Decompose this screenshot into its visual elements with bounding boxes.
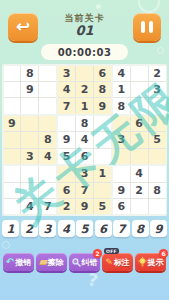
cell-r1c8[interactable] <box>131 66 148 81</box>
cell-r4c5[interactable]: 8 <box>76 116 93 131</box>
cell-r9c4[interactable]: 2 <box>58 199 75 214</box>
box-0-1: 36428719 <box>58 66 111 114</box>
cell-r7c1[interactable] <box>4 166 21 181</box>
cell-r2c6[interactable]: 8 <box>94 82 111 97</box>
cell-r3c2[interactable] <box>21 98 38 113</box>
cell-r4c6[interactable] <box>94 116 111 131</box>
cell-r8c5[interactable]: 7 <box>76 183 93 198</box>
timer: 00:00:03 <box>41 44 128 60</box>
decor-question-mark: ? <box>86 269 99 290</box>
cell-r9c2[interactable]: 4 <box>21 199 38 214</box>
cell-r3c5[interactable]: 1 <box>76 98 93 113</box>
cell-r1c2[interactable]: 8 <box>21 66 38 81</box>
cell-r8c9[interactable]: 8 <box>149 183 166 198</box>
cell-r8c7[interactable]: 9 <box>113 183 130 198</box>
cell-r2c5[interactable]: 2 <box>76 82 93 97</box>
cell-r5c9[interactable]: 5 <box>149 132 166 147</box>
pause-button[interactable] <box>133 13 161 41</box>
notes-off-tag: OFF <box>104 248 119 254</box>
magnifier-icon <box>72 258 81 267</box>
cell-r6c4[interactable]: 5 <box>58 149 75 164</box>
cell-r7c2[interactable] <box>21 166 38 181</box>
cell-r8c1[interactable] <box>4 183 21 198</box>
erase-label: 擦除 <box>48 257 64 268</box>
cell-r9c1[interactable] <box>4 199 21 214</box>
number-pad: 123456789 <box>2 220 167 237</box>
undo-label: 撤销 <box>15 257 31 268</box>
decor-bubble <box>157 47 164 54</box>
hint-label: 提示 <box>148 257 164 268</box>
cell-r5c1[interactable] <box>4 132 21 147</box>
cell-r6c6[interactable] <box>94 149 111 164</box>
box-1-2: 635 <box>113 116 166 164</box>
pause-icon <box>141 21 145 33</box>
cell-r9c3[interactable]: 7 <box>39 199 56 214</box>
cell-r7c8[interactable]: 4 <box>131 166 148 181</box>
cell-r7c4[interactable] <box>58 166 75 181</box>
sudoku-grid: 8936428719421389834894566354731672954928… <box>2 64 167 216</box>
cell-r2c9[interactable]: 3 <box>149 82 166 97</box>
cell-r5c6[interactable] <box>94 132 111 147</box>
cell-r5c2[interactable] <box>21 132 38 147</box>
numpad-key-5[interactable]: 5 <box>76 220 93 237</box>
cell-r5c5[interactable]: 4 <box>76 132 93 147</box>
cell-r2c3[interactable] <box>39 82 56 97</box>
cell-r4c2[interactable] <box>21 116 38 131</box>
bulb-icon <box>138 257 147 267</box>
box-0-2: 42138 <box>113 66 166 114</box>
hint-badge: 6 <box>159 249 168 258</box>
cell-r3c4[interactable]: 7 <box>58 98 75 113</box>
cell-r9c6[interactable]: 5 <box>94 199 111 214</box>
numpad-key-8[interactable]: 8 <box>132 220 149 237</box>
cell-r6c8[interactable] <box>131 149 148 164</box>
cell-r2c1[interactable] <box>4 82 21 97</box>
numpad-key-4[interactable]: 4 <box>58 220 75 237</box>
cell-r7c9[interactable] <box>149 166 166 181</box>
cell-r1c5[interactable] <box>76 66 93 81</box>
cell-r8c3[interactable] <box>39 183 56 198</box>
cell-r2c2[interactable]: 9 <box>21 82 38 97</box>
numpad-key-6[interactable]: 6 <box>95 220 112 237</box>
cell-r4c8[interactable]: 6 <box>131 116 148 131</box>
error-check-label: 纠错 <box>82 257 98 268</box>
numpad-key-7[interactable]: 7 <box>113 220 130 237</box>
decor-bubble <box>2 241 10 249</box>
cell-r3c1[interactable] <box>4 98 21 113</box>
undo-button[interactable]: ↶ 撤销 <box>3 253 34 271</box>
numpad-key-9[interactable]: 9 <box>150 220 167 237</box>
undo-arrow-icon: ↶ <box>6 257 14 267</box>
cell-r7c5[interactable]: 3 <box>76 166 93 181</box>
cell-r6c7[interactable] <box>113 149 130 164</box>
decor-bubble <box>96 4 101 9</box>
toolbar: ↶ 撤销 擦除 纠错 2 ✎ 标注 OFF <box>3 253 166 271</box>
cell-r3c8[interactable] <box>131 98 148 113</box>
box-2-0: 47 <box>4 166 57 214</box>
cell-r8c2[interactable] <box>21 183 38 198</box>
cell-r1c6[interactable]: 6 <box>94 66 111 81</box>
numpad-key-3[interactable]: 3 <box>39 220 56 237</box>
cell-r3c9[interactable] <box>149 98 166 113</box>
box-2-2: 49286 <box>113 166 166 214</box>
cell-r7c3[interactable] <box>39 166 56 181</box>
hint-button[interactable]: 提示 6 <box>135 253 166 271</box>
cell-r6c5[interactable]: 6 <box>76 149 93 164</box>
cell-r3c7[interactable]: 8 <box>113 98 130 113</box>
box-0-0: 89 <box>4 66 57 114</box>
cell-r1c9[interactable]: 2 <box>149 66 166 81</box>
cell-r6c1[interactable] <box>4 149 21 164</box>
cell-r2c4[interactable]: 4 <box>58 82 75 97</box>
cell-r2c7[interactable]: 1 <box>113 82 130 97</box>
cell-r4c3[interactable] <box>39 116 56 131</box>
cell-r6c3[interactable]: 4 <box>39 149 56 164</box>
cell-r4c9[interactable] <box>149 116 166 131</box>
cell-r9c9[interactable] <box>149 199 166 214</box>
cell-r1c7[interactable]: 4 <box>113 66 130 81</box>
notes-button[interactable]: ✎ 标注 OFF <box>102 253 133 271</box>
cell-r1c4[interactable]: 3 <box>58 66 75 81</box>
cell-r5c3[interactable]: 8 <box>39 132 56 147</box>
cell-r9c5[interactable]: 9 <box>76 199 93 214</box>
notes-label: 标注 <box>114 257 130 268</box>
cell-r5c4[interactable]: 9 <box>58 132 75 147</box>
pencil-icon: ✎ <box>105 258 113 267</box>
cell-r6c9[interactable] <box>149 149 166 164</box>
erase-button[interactable]: 擦除 <box>36 253 67 271</box>
error-check-button[interactable]: 纠错 2 <box>69 253 100 271</box>
cell-r9c7[interactable]: 6 <box>113 199 130 214</box>
cell-r9c8[interactable] <box>131 199 148 214</box>
sudoku-app-screen: ? ↩ 当前关卡 01 00:00:03 8936428719421389834… <box>0 0 169 300</box>
box-1-1: 89456 <box>58 116 111 164</box>
cell-r5c8[interactable] <box>131 132 148 147</box>
cell-r3c3[interactable] <box>39 98 56 113</box>
cell-r1c3[interactable] <box>39 66 56 81</box>
error-check-badge: 2 <box>93 249 102 258</box>
cell-r7c6[interactable]: 1 <box>94 166 111 181</box>
cell-r1c1[interactable] <box>4 66 21 81</box>
cell-r7c7[interactable] <box>113 166 130 181</box>
cell-r2c8[interactable] <box>131 82 148 97</box>
cell-r8c6[interactable] <box>94 183 111 198</box>
cell-r4c1[interactable]: 9 <box>4 116 21 131</box>
box-1-0: 9834 <box>4 116 57 164</box>
numpad-key-2[interactable]: 2 <box>21 220 38 237</box>
numpad-key-1[interactable]: 1 <box>2 220 19 237</box>
cell-r4c4[interactable] <box>58 116 75 131</box>
cell-r8c8[interactable]: 2 <box>131 183 148 198</box>
cell-r4c7[interactable] <box>113 116 130 131</box>
box-2-1: 3167295 <box>58 166 111 214</box>
pause-icon <box>149 21 153 33</box>
cell-r3c6[interactable]: 9 <box>94 98 111 113</box>
cell-r5c7[interactable]: 3 <box>113 132 130 147</box>
cell-r6c2[interactable]: 3 <box>21 149 38 164</box>
eraser-icon <box>39 260 48 265</box>
cell-r8c4[interactable]: 6 <box>58 183 75 198</box>
